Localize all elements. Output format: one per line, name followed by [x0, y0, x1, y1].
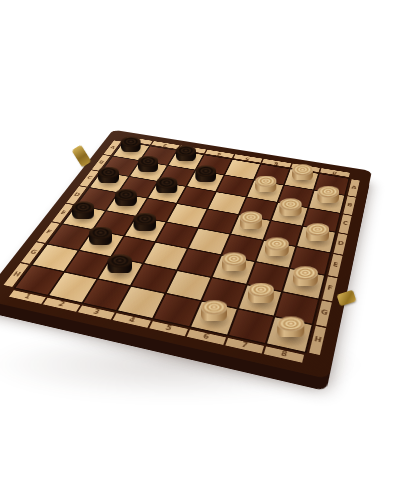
- coordinate-label-text: 5: [245, 156, 251, 160]
- coordinate-label-text: H: [12, 272, 21, 278]
- coordinate-label-text: F: [327, 285, 334, 291]
- coordinate-label-text: E: [332, 262, 338, 268]
- checker-piece-top: [222, 252, 247, 265]
- checker-piece-dark-C3[interactable]: [156, 177, 177, 195]
- checker-piece-dark-B2[interactable]: [138, 156, 159, 173]
- checker-piece-dark-E3[interactable]: [133, 213, 156, 232]
- coordinate-label-text: G: [29, 250, 38, 256]
- coordinate-label-text: 2: [162, 143, 168, 147]
- checker-piece-light-F8[interactable]: [293, 266, 318, 287]
- coordinate-label-row-C-right: C: [339, 214, 352, 234]
- checker-piece-top: [279, 198, 301, 210]
- coordinate-label-text: D: [73, 193, 81, 198]
- coordinate-label-text: 2: [57, 301, 66, 307]
- checker-piece-top: [98, 167, 119, 178]
- checker-piece-light-B6[interactable]: [255, 176, 276, 194]
- coordinate-label-text: G: [320, 310, 328, 317]
- coordinate-label-text: B: [347, 203, 353, 208]
- coordinate-label-text: 6: [202, 333, 210, 340]
- checker-piece-light-D6[interactable]: [240, 211, 263, 230]
- coordinate-label-text: 7: [241, 342, 249, 349]
- coordinate-label-text: D: [337, 241, 344, 246]
- coordinate-label-text: C: [342, 221, 348, 226]
- checker-piece-light-F6[interactable]: [222, 252, 247, 273]
- coordinate-label-text: E: [59, 211, 66, 216]
- coordinate-label-text: H: [313, 337, 321, 344]
- checker-piece-dark-G3[interactable]: [107, 254, 132, 275]
- square-H7[interactable]: [229, 310, 274, 343]
- checker-piece-top: [107, 254, 132, 267]
- coordinate-label-text: 6: [274, 161, 280, 165]
- coordinate-label-text: 7: [303, 166, 308, 170]
- checker-piece-top: [115, 189, 137, 201]
- coordinate-label-text: F: [45, 230, 53, 235]
- checker-piece-top: [277, 316, 304, 331]
- coordinate-label-row-B-right: B: [343, 196, 356, 215]
- checker-piece-top: [138, 156, 159, 167]
- coordinate-label-text: 5: [164, 325, 172, 332]
- checker-piece-top: [72, 201, 95, 213]
- checker-piece-light-H6[interactable]: [201, 300, 228, 323]
- checker-piece-top: [293, 266, 318, 280]
- checker-piece-top: [133, 213, 156, 225]
- checker-piece-top: [317, 186, 339, 198]
- product-photo-canvas: 12345678 12345678 ABCDEFGH ABCDEFGH: [0, 0, 400, 500]
- checker-piece-light-H8[interactable]: [277, 316, 304, 339]
- board-3d-wrapper: 12345678 12345678 ABCDEFGH ABCDEFGH: [22, 52, 374, 404]
- checker-piece-top: [156, 177, 177, 189]
- checker-piece-light-G7[interactable]: [248, 283, 274, 305]
- coordinate-label-text: 8: [280, 351, 288, 359]
- checker-piece-top: [255, 176, 276, 188]
- checker-piece-top: [292, 164, 313, 175]
- coordinate-label-text: 8: [332, 171, 337, 175]
- checker-piece-top: [240, 211, 263, 223]
- checker-piece-top: [248, 283, 274, 297]
- checker-piece-top: [89, 227, 113, 240]
- checker-piece-light-B8[interactable]: [317, 186, 339, 204]
- checker-piece-light-D8[interactable]: [306, 223, 329, 243]
- checker-piece-light-E7[interactable]: [265, 237, 289, 257]
- coordinate-label-text: B: [98, 161, 105, 165]
- checker-piece-top: [201, 300, 228, 314]
- checker-piece-dark-E1[interactable]: [72, 201, 95, 220]
- coordinate-label-row-F-right: F: [322, 276, 337, 301]
- coordinate-label-text: A: [109, 146, 116, 150]
- wooden-checkers-board: 12345678 12345678 ABCDEFGH ABCDEFGH: [0, 130, 372, 379]
- coordinate-label-text: 4: [128, 317, 136, 324]
- checker-piece-dark-B4[interactable]: [195, 165, 216, 183]
- checker-piece-light-C7[interactable]: [279, 198, 301, 217]
- coordinate-label-text: 1: [23, 294, 32, 300]
- coordinate-label-text: C: [86, 176, 93, 180]
- checker-piece-top: [265, 237, 289, 250]
- coordinate-label-text: 4: [217, 152, 223, 156]
- checker-piece-top: [195, 165, 216, 176]
- coordinate-label-text: 3: [92, 309, 100, 316]
- coordinate-label-row-D-right: D: [334, 233, 348, 254]
- checker-piece-dark-F2[interactable]: [89, 227, 113, 247]
- checker-piece-dark-C1[interactable]: [98, 167, 119, 185]
- coordinate-label-text: A: [351, 186, 357, 190]
- checker-piece-top: [306, 223, 329, 236]
- checker-piece-dark-D2[interactable]: [115, 189, 137, 208]
- coordinate-label-row-A-right: A: [348, 179, 360, 196]
